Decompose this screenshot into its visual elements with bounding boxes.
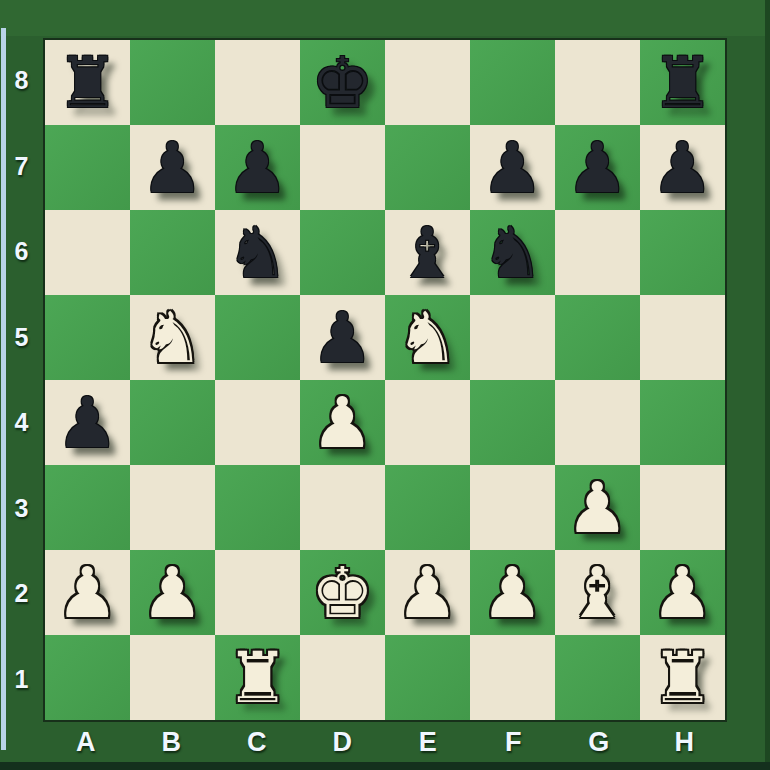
square-h8[interactable]: ♜ <box>640 40 725 125</box>
rank-label-2: 2 <box>0 551 43 637</box>
square-b6[interactable] <box>130 210 215 295</box>
piece-white-pawn[interactable]: ♟ <box>141 558 204 628</box>
square-h7[interactable]: ♟ <box>640 125 725 210</box>
square-d8[interactable]: ♚ <box>300 40 385 125</box>
square-g8[interactable] <box>555 40 640 125</box>
square-c3[interactable] <box>215 465 300 550</box>
square-e5[interactable]: ♞ <box>385 295 470 380</box>
square-f5[interactable] <box>470 295 555 380</box>
square-b8[interactable] <box>130 40 215 125</box>
square-d5[interactable]: ♟ <box>300 295 385 380</box>
square-a6[interactable] <box>45 210 130 295</box>
square-f3[interactable] <box>470 465 555 550</box>
piece-black-pawn[interactable]: ♟ <box>226 133 289 203</box>
rank-label-4: 4 <box>0 380 43 466</box>
piece-white-pawn[interactable]: ♟ <box>481 558 544 628</box>
square-h1[interactable]: ♜ <box>640 635 725 720</box>
square-c2[interactable] <box>215 550 300 635</box>
square-e1[interactable] <box>385 635 470 720</box>
square-a4[interactable]: ♟ <box>45 380 130 465</box>
piece-black-pawn[interactable]: ♟ <box>651 133 714 203</box>
rank-labels: 87654321 <box>0 38 43 722</box>
square-d2[interactable]: ♚ <box>300 550 385 635</box>
rank-label-7: 7 <box>0 124 43 210</box>
piece-white-pawn[interactable]: ♟ <box>566 473 629 543</box>
square-b7[interactable]: ♟ <box>130 125 215 210</box>
file-label-d: D <box>300 722 386 762</box>
square-a1[interactable] <box>45 635 130 720</box>
rank-label-3: 3 <box>0 466 43 552</box>
piece-black-knight[interactable]: ♞ <box>226 218 289 288</box>
square-d7[interactable] <box>300 125 385 210</box>
square-g5[interactable] <box>555 295 640 380</box>
piece-black-pawn[interactable]: ♟ <box>311 303 374 373</box>
piece-black-pawn[interactable]: ♟ <box>566 133 629 203</box>
square-b3[interactable] <box>130 465 215 550</box>
square-h5[interactable] <box>640 295 725 380</box>
square-g3[interactable]: ♟ <box>555 465 640 550</box>
square-h6[interactable] <box>640 210 725 295</box>
square-g6[interactable] <box>555 210 640 295</box>
square-f8[interactable] <box>470 40 555 125</box>
file-label-c: C <box>214 722 300 762</box>
piece-white-knight[interactable]: ♞ <box>396 303 459 373</box>
piece-black-pawn[interactable]: ♟ <box>141 133 204 203</box>
square-f4[interactable] <box>470 380 555 465</box>
square-a8[interactable]: ♜ <box>45 40 130 125</box>
rank-label-5: 5 <box>0 295 43 381</box>
square-d4[interactable]: ♟ <box>300 380 385 465</box>
square-e7[interactable] <box>385 125 470 210</box>
square-b1[interactable] <box>130 635 215 720</box>
piece-white-pawn[interactable]: ♟ <box>56 558 119 628</box>
piece-black-pawn[interactable]: ♟ <box>56 388 119 458</box>
file-label-b: B <box>129 722 215 762</box>
right-edge-shadow <box>765 0 770 770</box>
rank-label-8: 8 <box>0 38 43 124</box>
piece-black-rook[interactable]: ♜ <box>56 48 119 118</box>
square-b2[interactable]: ♟ <box>130 550 215 635</box>
square-h2[interactable]: ♟ <box>640 550 725 635</box>
square-e4[interactable] <box>385 380 470 465</box>
square-f7[interactable]: ♟ <box>470 125 555 210</box>
square-f6[interactable]: ♞ <box>470 210 555 295</box>
file-labels: ABCDEFGH <box>43 722 727 762</box>
board-frame-top <box>0 0 770 36</box>
square-c5[interactable] <box>215 295 300 380</box>
square-a5[interactable] <box>45 295 130 380</box>
bottom-edge-shadow <box>0 762 770 770</box>
square-a7[interactable] <box>45 125 130 210</box>
file-label-f: F <box>471 722 557 762</box>
board: ♜♚♜♟♟♟♟♟♞♝♞♞♟♞♟♟♟♟♟♚♟♟♝♟♜♜ <box>43 38 727 722</box>
square-c8[interactable] <box>215 40 300 125</box>
square-h3[interactable] <box>640 465 725 550</box>
square-a3[interactable] <box>45 465 130 550</box>
piece-white-king[interactable]: ♚ <box>311 558 374 628</box>
square-h4[interactable] <box>640 380 725 465</box>
square-c6[interactable]: ♞ <box>215 210 300 295</box>
rank-label-1: 1 <box>0 637 43 723</box>
square-d6[interactable] <box>300 210 385 295</box>
piece-black-pawn[interactable]: ♟ <box>481 133 544 203</box>
square-c7[interactable]: ♟ <box>215 125 300 210</box>
piece-white-bishop[interactable]: ♝ <box>566 558 629 628</box>
square-c1[interactable]: ♜ <box>215 635 300 720</box>
square-e3[interactable] <box>385 465 470 550</box>
file-label-h: H <box>642 722 728 762</box>
square-f2[interactable]: ♟ <box>470 550 555 635</box>
file-label-g: G <box>556 722 642 762</box>
square-g4[interactable] <box>555 380 640 465</box>
file-label-e: E <box>385 722 471 762</box>
square-e2[interactable]: ♟ <box>385 550 470 635</box>
piece-black-king[interactable]: ♚ <box>311 48 374 118</box>
piece-white-rook[interactable]: ♜ <box>226 643 289 713</box>
square-a2[interactable]: ♟ <box>45 550 130 635</box>
piece-white-pawn[interactable]: ♟ <box>651 558 714 628</box>
square-c4[interactable] <box>215 380 300 465</box>
square-g1[interactable] <box>555 635 640 720</box>
square-e8[interactable] <box>385 40 470 125</box>
piece-black-bishop[interactable]: ♝ <box>396 218 459 288</box>
square-d1[interactable] <box>300 635 385 720</box>
left-edge-highlight <box>1 28 6 750</box>
square-e6[interactable]: ♝ <box>385 210 470 295</box>
square-g2[interactable]: ♝ <box>555 550 640 635</box>
square-f1[interactable] <box>470 635 555 720</box>
piece-white-pawn[interactable]: ♟ <box>311 388 374 458</box>
file-label-a: A <box>43 722 129 762</box>
piece-white-rook[interactable]: ♜ <box>651 643 714 713</box>
piece-white-pawn[interactable]: ♟ <box>396 558 459 628</box>
square-b4[interactable] <box>130 380 215 465</box>
square-g7[interactable]: ♟ <box>555 125 640 210</box>
square-d3[interactable] <box>300 465 385 550</box>
piece-black-rook[interactable]: ♜ <box>651 48 714 118</box>
piece-black-knight[interactable]: ♞ <box>481 218 544 288</box>
piece-white-knight[interactable]: ♞ <box>141 303 204 373</box>
rank-label-6: 6 <box>0 209 43 295</box>
square-b5[interactable]: ♞ <box>130 295 215 380</box>
